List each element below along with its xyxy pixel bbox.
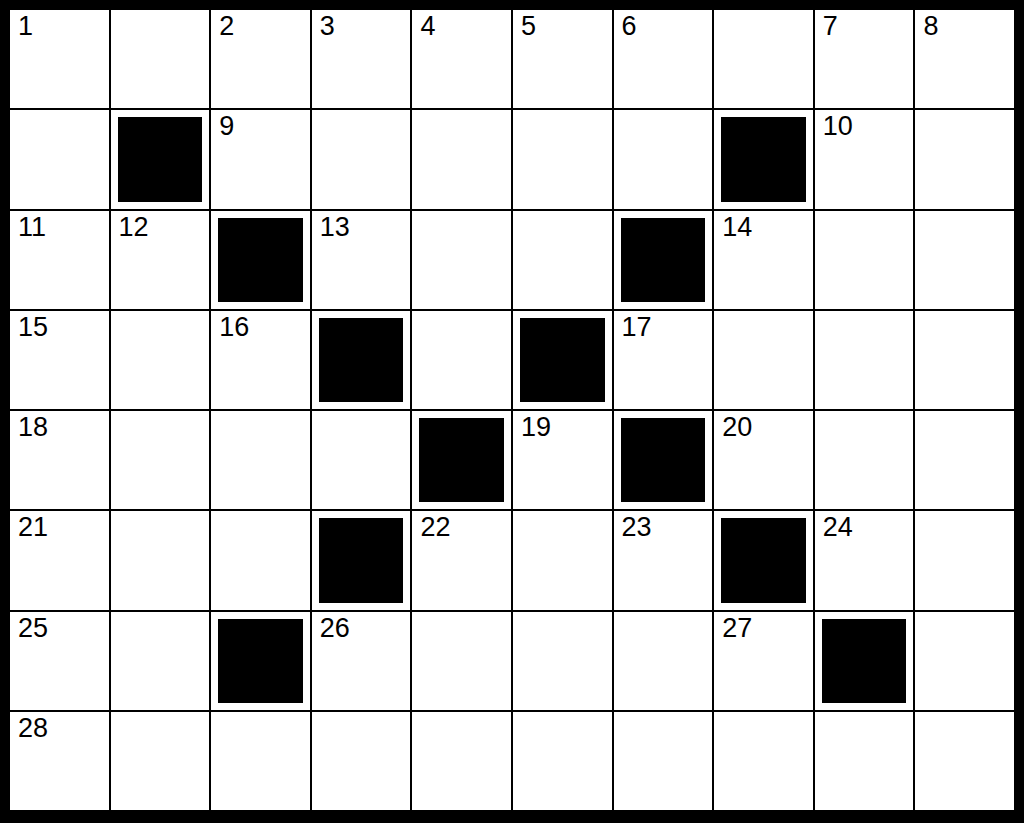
cell-r2c7[interactable]	[614, 110, 713, 208]
clue-number: 10	[823, 111, 853, 142]
cell-r3c1[interactable]: 11	[10, 211, 109, 309]
cell-r5c7	[614, 411, 713, 509]
cell-r1c2[interactable]	[111, 10, 210, 108]
cell-r7c3	[211, 612, 310, 710]
clue-number: 3	[320, 11, 335, 42]
clue-number: 28	[18, 713, 48, 744]
cell-r6c6[interactable]	[513, 511, 612, 609]
cell-r7c8[interactable]: 27	[714, 612, 813, 710]
clue-number: 24	[823, 512, 853, 543]
clue-number: 19	[521, 412, 551, 443]
clue-number: 23	[622, 512, 652, 543]
cell-r1c7[interactable]: 6	[614, 10, 713, 108]
cell-r7c10[interactable]	[915, 612, 1014, 710]
clue-number: 6	[622, 11, 637, 42]
cell-r2c6[interactable]	[513, 110, 612, 208]
crossword-puzzle: 1234567891011121314151617181920212223242…	[0, 0, 1024, 823]
cell-r4c4	[312, 311, 411, 409]
cell-r3c5[interactable]	[412, 211, 511, 309]
cell-r5c8[interactable]: 20	[714, 411, 813, 509]
black-square	[621, 418, 706, 502]
black-square	[218, 619, 303, 703]
cell-r8c10[interactable]	[915, 712, 1014, 810]
cell-r8c6[interactable]	[513, 712, 612, 810]
black-square	[721, 117, 806, 201]
cell-r3c4[interactable]: 13	[312, 211, 411, 309]
cell-r7c7[interactable]	[614, 612, 713, 710]
clue-number: 7	[823, 11, 838, 42]
cell-r8c1[interactable]: 28	[10, 712, 109, 810]
clue-number: 26	[320, 613, 350, 644]
cell-r8c5[interactable]	[412, 712, 511, 810]
crossword-board: 1234567891011121314151617181920212223242…	[0, 0, 1024, 823]
clue-number: 21	[18, 512, 48, 543]
cell-r2c9[interactable]: 10	[815, 110, 914, 208]
clue-number: 1	[18, 11, 33, 42]
cell-r3c8[interactable]: 14	[714, 211, 813, 309]
cell-r4c2[interactable]	[111, 311, 210, 409]
cell-r1c8[interactable]	[714, 10, 813, 108]
clue-number: 18	[18, 412, 48, 443]
cell-r4c8[interactable]	[714, 311, 813, 409]
cell-r4c10[interactable]	[915, 311, 1014, 409]
cell-r8c2[interactable]	[111, 712, 210, 810]
cell-r1c10[interactable]: 8	[915, 10, 1014, 108]
clue-number: 12	[119, 212, 149, 243]
black-square	[822, 619, 907, 703]
cell-r5c4[interactable]	[312, 411, 411, 509]
cell-r4c1[interactable]: 15	[10, 311, 109, 409]
clue-number: 13	[320, 212, 350, 243]
cell-r1c6[interactable]: 5	[513, 10, 612, 108]
cell-r2c1[interactable]	[10, 110, 109, 208]
clue-number: 5	[521, 11, 536, 42]
clue-number: 25	[18, 613, 48, 644]
cell-r2c10[interactable]	[915, 110, 1014, 208]
cell-r1c4[interactable]: 3	[312, 10, 411, 108]
cell-r3c6[interactable]	[513, 211, 612, 309]
cell-r6c7[interactable]: 23	[614, 511, 713, 609]
clue-number: 14	[722, 212, 752, 243]
cell-r5c2[interactable]	[111, 411, 210, 509]
cell-r6c4	[312, 511, 411, 609]
cell-r8c3[interactable]	[211, 712, 310, 810]
cell-r5c9[interactable]	[815, 411, 914, 509]
cell-r6c3[interactable]	[211, 511, 310, 609]
cell-r7c9	[815, 612, 914, 710]
cell-r7c5[interactable]	[412, 612, 511, 710]
cell-r4c6	[513, 311, 612, 409]
cell-r4c7[interactable]: 17	[614, 311, 713, 409]
cell-r1c9[interactable]: 7	[815, 10, 914, 108]
cell-r5c10[interactable]	[915, 411, 1014, 509]
cell-r3c7	[614, 211, 713, 309]
cell-r2c4[interactable]	[312, 110, 411, 208]
cell-r5c6[interactable]: 19	[513, 411, 612, 509]
cell-r5c1[interactable]: 18	[10, 411, 109, 509]
cell-r2c8	[714, 110, 813, 208]
cell-r4c9[interactable]	[815, 311, 914, 409]
cell-r6c1[interactable]: 21	[10, 511, 109, 609]
cell-r2c3[interactable]: 9	[211, 110, 310, 208]
cell-r6c9[interactable]: 24	[815, 511, 914, 609]
cell-r3c9[interactable]	[815, 211, 914, 309]
cell-r1c5[interactable]: 4	[412, 10, 511, 108]
black-square	[319, 318, 404, 402]
cell-r8c8[interactable]	[714, 712, 813, 810]
cell-r4c5[interactable]	[412, 311, 511, 409]
cell-r3c2[interactable]: 12	[111, 211, 210, 309]
cell-r1c1[interactable]: 1	[10, 10, 109, 108]
cell-r6c10[interactable]	[915, 511, 1014, 609]
cell-r8c9[interactable]	[815, 712, 914, 810]
clue-number: 4	[420, 11, 435, 42]
black-square	[118, 117, 203, 201]
black-square	[218, 218, 303, 302]
clue-number: 20	[722, 412, 752, 443]
clue-number: 2	[219, 11, 234, 42]
cell-r3c3	[211, 211, 310, 309]
black-square	[621, 218, 706, 302]
cell-r6c2[interactable]	[111, 511, 210, 609]
cell-r3c10[interactable]	[915, 211, 1014, 309]
clue-number: 8	[923, 11, 938, 42]
cell-r6c8	[714, 511, 813, 609]
cell-r2c2	[111, 110, 210, 208]
black-square	[319, 518, 404, 602]
black-square	[419, 418, 504, 502]
cell-r7c6[interactable]	[513, 612, 612, 710]
clue-number: 11	[18, 212, 46, 243]
cell-r1c3[interactable]: 2	[211, 10, 310, 108]
cell-r8c7[interactable]	[614, 712, 713, 810]
clue-number: 15	[18, 312, 48, 343]
cell-r7c1[interactable]: 25	[10, 612, 109, 710]
clue-number: 22	[420, 512, 450, 543]
clue-number: 17	[622, 312, 652, 343]
cell-r5c5	[412, 411, 511, 509]
black-square	[721, 518, 806, 602]
cell-r7c2[interactable]	[111, 612, 210, 710]
cell-r7c4[interactable]: 26	[312, 612, 411, 710]
cell-r4c3[interactable]: 16	[211, 311, 310, 409]
cell-r2c5[interactable]	[412, 110, 511, 208]
cell-r8c4[interactable]	[312, 712, 411, 810]
black-square	[520, 318, 605, 402]
clue-number: 27	[722, 613, 752, 644]
cell-r6c5[interactable]: 22	[412, 511, 511, 609]
cell-r5c3[interactable]	[211, 411, 310, 509]
clue-number: 9	[219, 111, 234, 142]
clue-number: 16	[219, 312, 249, 343]
